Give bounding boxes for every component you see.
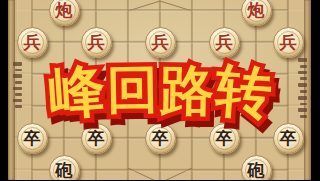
- piece-character: 炮: [56, 1, 73, 18]
- piece-black-卒[interactable]: 卒: [81, 123, 112, 154]
- piece-black-卒[interactable]: 卒: [17, 123, 48, 154]
- video-frame: 炮炮兵兵兵兵兵卒卒卒卒卒砲砲 峰回路转 峰回路转 峰回路转: [0, 0, 320, 180]
- piece-black-砲[interactable]: 砲: [49, 155, 80, 181]
- piece-red-炮[interactable]: 炮: [49, 0, 80, 26]
- piece-character: 兵: [280, 33, 297, 50]
- piece-character: 砲: [56, 161, 73, 178]
- letterbox-left: [0, 0, 8, 180]
- frame-ornament-right: [296, 58, 309, 118]
- frame-ornament-left: [11, 62, 24, 108]
- piece-black-卒[interactable]: 卒: [209, 123, 240, 154]
- piece-black-卒[interactable]: 卒: [145, 123, 176, 154]
- piece-character: 卒: [24, 129, 41, 146]
- piece-character: 兵: [88, 33, 105, 50]
- piece-character: 炮: [248, 1, 265, 18]
- piece-character: 卒: [152, 129, 169, 146]
- piece-red-兵[interactable]: 兵: [145, 27, 176, 58]
- piece-red-兵[interactable]: 兵: [81, 27, 112, 58]
- piece-character: 卒: [216, 129, 233, 146]
- piece-character: 兵: [24, 33, 41, 50]
- piece-red-兵[interactable]: 兵: [17, 27, 48, 58]
- piece-red-炮[interactable]: 炮: [241, 0, 272, 26]
- piece-red-兵[interactable]: 兵: [209, 27, 240, 58]
- piece-character: 卒: [280, 129, 297, 146]
- letterbox-right: [311, 0, 320, 180]
- piece-character: 兵: [216, 33, 233, 50]
- piece-character: 兵: [152, 33, 169, 50]
- piece-character: 砲: [248, 161, 265, 178]
- piece-red-兵[interactable]: 兵: [273, 27, 304, 58]
- piece-black-卒[interactable]: 卒: [273, 123, 304, 154]
- xiangqi-board[interactable]: 炮炮兵兵兵兵兵卒卒卒卒卒砲砲: [8, 0, 311, 180]
- piece-black-砲[interactable]: 砲: [241, 155, 272, 181]
- piece-character: 卒: [88, 129, 105, 146]
